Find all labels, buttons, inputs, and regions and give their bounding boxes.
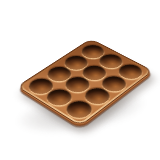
photo-canvas [0, 0, 160, 160]
